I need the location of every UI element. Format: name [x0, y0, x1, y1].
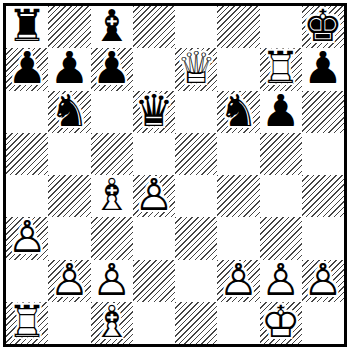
white-queen-fill: ♛: [176, 46, 215, 90]
square-e1[interactable]: [175, 302, 217, 344]
square-f4[interactable]: [217, 175, 259, 217]
white-bishop-piece: ♝♗: [91, 175, 133, 217]
square-e8[interactable]: [175, 6, 217, 48]
square-b2[interactable]: ♟♙: [48, 260, 90, 302]
square-c4[interactable]: ♝♗: [91, 175, 133, 217]
white-rook-piece: ♜♖: [260, 48, 302, 90]
square-a5[interactable]: [6, 133, 48, 175]
black-pawn-glyph: ♟: [7, 46, 46, 90]
white-pawn-piece: ♟♙: [91, 260, 133, 302]
black-bishop-glyph: ♝: [92, 4, 131, 48]
black-pawn-piece: ♟: [6, 48, 48, 90]
black-pawn-piece: ♟: [48, 48, 90, 90]
white-pawn-glyph: ♙: [7, 215, 46, 259]
black-king-piece: ♚: [302, 6, 344, 48]
white-pawn-fill: ♟: [134, 173, 173, 217]
black-queen-glyph: ♛: [134, 89, 173, 133]
chess-board: ♜♝♚♟♟♟♛♕♜♖♟♞♛♞♟♝♗♟♙♟♙♟♙♟♙♟♙♟♙♟♙♜♖♝♗♚♔: [3, 3, 347, 347]
square-h3[interactable]: [302, 217, 344, 259]
black-queen-piece: ♛: [133, 91, 175, 133]
white-pawn-glyph: ♙: [50, 258, 89, 302]
white-pawn-fill: ♟: [92, 258, 131, 302]
square-f1[interactable]: [217, 302, 259, 344]
square-a8[interactable]: ♜: [6, 6, 48, 48]
square-d5[interactable]: [133, 133, 175, 175]
black-knight-piece: ♞: [217, 91, 259, 133]
square-g2[interactable]: ♟♙: [260, 260, 302, 302]
square-e7[interactable]: ♛♕: [175, 48, 217, 90]
white-pawn-piece: ♟♙: [133, 175, 175, 217]
square-e4[interactable]: [175, 175, 217, 217]
square-d2[interactable]: [133, 260, 175, 302]
black-pawn-glyph: ♟: [303, 46, 342, 90]
square-a3[interactable]: ♟♙: [6, 217, 48, 259]
square-a1[interactable]: ♜♖: [6, 302, 48, 344]
black-king-glyph: ♚: [303, 4, 342, 48]
black-pawn-glyph: ♟: [50, 46, 89, 90]
square-f3[interactable]: [217, 217, 259, 259]
square-g5[interactable]: [260, 133, 302, 175]
square-c8[interactable]: ♝: [91, 6, 133, 48]
square-h2[interactable]: ♟♙: [302, 260, 344, 302]
white-pawn-fill: ♟: [7, 215, 46, 259]
black-knight-piece: ♞: [48, 91, 90, 133]
square-a2[interactable]: [6, 260, 48, 302]
square-d8[interactable]: [133, 6, 175, 48]
square-g7[interactable]: ♜♖: [260, 48, 302, 90]
square-h4[interactable]: [302, 175, 344, 217]
white-king-piece: ♚♔: [260, 302, 302, 344]
white-pawn-piece: ♟♙: [302, 260, 344, 302]
square-h1[interactable]: [302, 302, 344, 344]
square-b3[interactable]: [48, 217, 90, 259]
square-h7[interactable]: ♟: [302, 48, 344, 90]
square-d1[interactable]: [133, 302, 175, 344]
square-g6[interactable]: ♟: [260, 91, 302, 133]
white-pawn-fill: ♟: [50, 258, 89, 302]
white-pawn-fill: ♟: [303, 258, 342, 302]
square-d4[interactable]: ♟♙: [133, 175, 175, 217]
black-pawn-glyph: ♟: [261, 89, 300, 133]
square-c5[interactable]: [91, 133, 133, 175]
square-g1[interactable]: ♚♔: [260, 302, 302, 344]
square-d6[interactable]: ♛: [133, 91, 175, 133]
black-pawn-piece: ♟: [302, 48, 344, 90]
square-c6[interactable]: [91, 91, 133, 133]
square-f8[interactable]: [217, 6, 259, 48]
black-knight-glyph: ♞: [50, 89, 89, 133]
black-pawn-piece: ♟: [91, 48, 133, 90]
square-b6[interactable]: ♞: [48, 91, 90, 133]
square-g8[interactable]: [260, 6, 302, 48]
white-pawn-glyph: ♙: [134, 173, 173, 217]
white-bishop-fill: ♝: [92, 173, 131, 217]
square-h6[interactable]: [302, 91, 344, 133]
square-b5[interactable]: [48, 133, 90, 175]
white-pawn-glyph: ♙: [303, 258, 342, 302]
square-b4[interactable]: [48, 175, 90, 217]
white-bishop-glyph: ♗: [92, 300, 131, 344]
white-bishop-piece: ♝♗: [91, 302, 133, 344]
white-pawn-piece: ♟♙: [6, 217, 48, 259]
white-queen-glyph: ♕: [176, 46, 215, 90]
square-f6[interactable]: ♞: [217, 91, 259, 133]
square-e6[interactable]: [175, 91, 217, 133]
white-pawn-glyph: ♙: [219, 258, 258, 302]
square-h8[interactable]: ♚: [302, 6, 344, 48]
square-f5[interactable]: [217, 133, 259, 175]
square-a6[interactable]: [6, 91, 48, 133]
white-rook-glyph: ♖: [7, 300, 46, 344]
black-bishop-piece: ♝: [91, 6, 133, 48]
white-queen-piece: ♛♕: [175, 48, 217, 90]
square-f7[interactable]: [217, 48, 259, 90]
white-rook-glyph: ♖: [261, 46, 300, 90]
white-rook-piece: ♜♖: [6, 302, 48, 344]
square-a7[interactable]: ♟: [6, 48, 48, 90]
square-e3[interactable]: [175, 217, 217, 259]
square-b8[interactable]: [48, 6, 90, 48]
square-c2[interactable]: ♟♙: [91, 260, 133, 302]
square-d3[interactable]: [133, 217, 175, 259]
square-g4[interactable]: [260, 175, 302, 217]
square-c3[interactable]: [91, 217, 133, 259]
square-e2[interactable]: [175, 260, 217, 302]
white-pawn-piece: ♟♙: [48, 260, 90, 302]
square-c7[interactable]: ♟: [91, 48, 133, 90]
white-rook-fill: ♜: [7, 300, 46, 344]
square-h5[interactable]: [302, 133, 344, 175]
square-g3[interactable]: [260, 217, 302, 259]
white-pawn-glyph: ♙: [261, 258, 300, 302]
square-d7[interactable]: [133, 48, 175, 90]
black-rook-glyph: ♜: [7, 4, 46, 48]
black-knight-glyph: ♞: [219, 89, 258, 133]
white-rook-fill: ♜: [261, 46, 300, 90]
white-bishop-glyph: ♗: [92, 173, 131, 217]
square-b1[interactable]: [48, 302, 90, 344]
white-pawn-fill: ♟: [261, 258, 300, 302]
black-rook-piece: ♜: [6, 6, 48, 48]
square-c1[interactable]: ♝♗: [91, 302, 133, 344]
square-a4[interactable]: [6, 175, 48, 217]
black-pawn-piece: ♟: [260, 91, 302, 133]
black-pawn-glyph: ♟: [92, 46, 131, 90]
white-pawn-fill: ♟: [219, 258, 258, 302]
white-pawn-piece: ♟♙: [260, 260, 302, 302]
square-b7[interactable]: ♟: [48, 48, 90, 90]
white-king-glyph: ♔: [261, 300, 300, 344]
white-king-fill: ♚: [261, 300, 300, 344]
square-e5[interactable]: [175, 133, 217, 175]
white-pawn-piece: ♟♙: [217, 260, 259, 302]
white-bishop-fill: ♝: [92, 300, 131, 344]
square-f2[interactable]: ♟♙: [217, 260, 259, 302]
white-pawn-glyph: ♙: [92, 258, 131, 302]
